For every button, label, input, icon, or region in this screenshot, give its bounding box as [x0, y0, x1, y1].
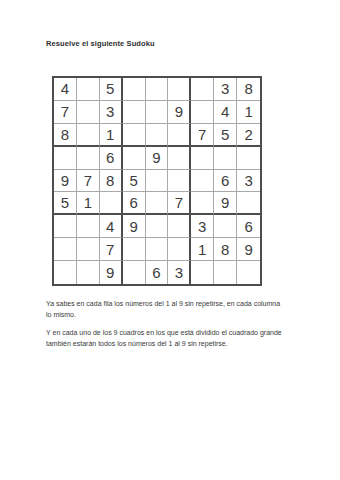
sudoku-cell-r7c7: 3: [191, 215, 214, 238]
sudoku-cell-r7c2: [77, 215, 100, 238]
sudoku-cell-r9c4: [123, 261, 146, 284]
sudoku-cell-r4c9: [237, 147, 260, 170]
instruction-paragraph-1: Ya sabes en cada fila los números del 1 …: [46, 298, 308, 320]
sudoku-cell-r6c2: 1: [77, 192, 100, 215]
sudoku-cell-r1c9: 8: [237, 78, 260, 101]
sudoku-cell-r2c6: 9: [168, 101, 191, 124]
page-title: Resuelve el siguiente Sudoku: [46, 39, 155, 48]
sudoku-cell-r5c1: 9: [54, 170, 77, 193]
sudoku-cell-r2c4: [123, 101, 146, 124]
sudoku-cell-r7c1: [54, 215, 77, 238]
sudoku-cell-r9c3: 9: [100, 261, 123, 284]
sudoku-cell-r6c7: [191, 192, 214, 215]
sudoku-cell-r4c4: [123, 147, 146, 170]
sudoku-cell-r1c8: 3: [214, 78, 237, 101]
sudoku-cell-r1c4: [123, 78, 146, 101]
sudoku-cell-r6c1: 5: [54, 192, 77, 215]
sudoku-cell-r9c5: 6: [146, 261, 169, 284]
sudoku-cell-r3c2: [77, 124, 100, 147]
sudoku-cell-r7c4: 9: [123, 215, 146, 238]
sudoku-cell-r2c3: 3: [100, 101, 123, 124]
sudoku-cell-r6c3: [100, 192, 123, 215]
sudoku-cell-r4c8: [214, 147, 237, 170]
sudoku-cell-r2c1: 7: [54, 101, 77, 124]
sudoku-cell-r7c9: 6: [237, 215, 260, 238]
sudoku-cell-r5c3: 8: [100, 170, 123, 193]
sudoku-cell-r2c7: [191, 101, 214, 124]
sudoku-cell-r3c8: 5: [214, 124, 237, 147]
sudoku-cell-r5c6: [168, 170, 191, 193]
sudoku-cell-r2c8: 4: [214, 101, 237, 124]
sudoku-cell-r8c3: 7: [100, 238, 123, 261]
sudoku-cell-r8c4: [123, 238, 146, 261]
sudoku-cell-r6c4: 6: [123, 192, 146, 215]
sudoku-cell-r5c4: 5: [123, 170, 146, 193]
sudoku-cell-r2c9: 1: [237, 101, 260, 124]
sudoku-cell-r4c3: 6: [100, 147, 123, 170]
sudoku-cell-r1c7: [191, 78, 214, 101]
sudoku-cell-r7c5: [146, 215, 169, 238]
sudoku-cell-r4c6: [168, 147, 191, 170]
sudoku-cell-r8c9: 9: [237, 238, 260, 261]
sudoku-cell-r5c5: [146, 170, 169, 193]
sudoku-cell-r8c7: 1: [191, 238, 214, 261]
sudoku-cell-r8c6: [168, 238, 191, 261]
sudoku-cell-r8c5: [146, 238, 169, 261]
sudoku-cell-r2c2: [77, 101, 100, 124]
sudoku-cell-r5c9: 3: [237, 170, 260, 193]
sudoku-cell-r1c5: [146, 78, 169, 101]
sudoku-cell-r3c9: 2: [237, 124, 260, 147]
sudoku-cell-r5c2: 7: [77, 170, 100, 193]
sudoku-cell-r2c5: [146, 101, 169, 124]
sudoku-cell-r9c1: [54, 261, 77, 284]
sudoku-cell-r3c6: [168, 124, 191, 147]
sudoku-cell-r8c2: [77, 238, 100, 261]
sudoku-cell-r3c3: 1: [100, 124, 123, 147]
sudoku-cell-r4c2: [77, 147, 100, 170]
sudoku-cell-r9c8: [214, 261, 237, 284]
sudoku-cell-r4c1: [54, 147, 77, 170]
sudoku-cell-r7c6: [168, 215, 191, 238]
sudoku-cell-r6c9: [237, 192, 260, 215]
sudoku-cell-r1c1: 4: [54, 78, 77, 101]
sudoku-cell-r4c7: [191, 147, 214, 170]
sudoku-cell-r1c3: 5: [100, 78, 123, 101]
sudoku-cell-r3c4: [123, 124, 146, 147]
sudoku-cell-r3c1: 8: [54, 124, 77, 147]
sudoku-cell-r7c3: 4: [100, 215, 123, 238]
sudoku-cell-r6c6: 7: [168, 192, 191, 215]
sudoku-cell-r5c8: 6: [214, 170, 237, 193]
sudoku-cell-r8c8: 8: [214, 238, 237, 261]
sudoku-cell-r6c8: 9: [214, 192, 237, 215]
sudoku-cell-r3c7: 7: [191, 124, 214, 147]
sudoku-cell-r9c2: [77, 261, 100, 284]
sudoku-cell-r8c1: [54, 238, 77, 261]
sudoku-cell-r7c8: [214, 215, 237, 238]
sudoku-cell-r5c7: [191, 170, 214, 193]
sudoku-cell-r9c6: 3: [168, 261, 191, 284]
sudoku-cell-r9c7: [191, 261, 214, 284]
sudoku-cell-r1c6: [168, 78, 191, 101]
sudoku-cell-r1c2: [77, 78, 100, 101]
instruction-paragraph-2: Y en cada uno de los 9 cuadros en los qu…: [46, 327, 308, 349]
sudoku-cell-r9c9: [237, 261, 260, 284]
sudoku-grid: 45387394181752699785635167949367189963: [52, 76, 262, 286]
sudoku-cell-r3c5: [146, 124, 169, 147]
sudoku-cell-r4c5: 9: [146, 147, 169, 170]
sudoku-cell-r6c5: [146, 192, 169, 215]
